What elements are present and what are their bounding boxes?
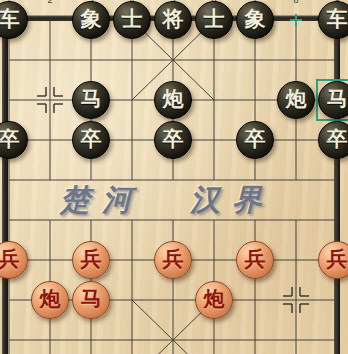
piece-glyph: 卒 — [81, 129, 102, 151]
piece-glyph: 卒 — [0, 129, 20, 151]
piece-glyph: 炮 — [204, 289, 225, 311]
piece-glyph: 兵 — [327, 249, 348, 271]
piece-glyph: 车 — [327, 9, 348, 31]
piece-black-soldier[interactable]: 卒 — [154, 121, 192, 159]
piece-glyph: 象 — [245, 9, 266, 31]
piece-glyph: 炮 — [40, 289, 61, 311]
piece-red-horse[interactable]: 马 — [72, 281, 110, 319]
piece-glyph: 象 — [81, 9, 102, 31]
piece-glyph: 兵 — [0, 249, 20, 271]
piece-glyph: 卒 — [245, 129, 266, 151]
piece-red-soldier[interactable]: 兵 — [0, 241, 28, 279]
piece-glyph: 士 — [122, 9, 143, 31]
piece-glyph: 兵 — [163, 249, 184, 271]
piece-black-cannon[interactable]: 炮 — [277, 81, 315, 119]
piece-black-chariot[interactable]: 车 — [318, 1, 348, 39]
board-grid: 车象士将士象车马炮炮马卒卒卒卒卒兵兵兵兵兵炮马炮 — [0, 0, 348, 354]
piece-red-cannon[interactable]: 炮 — [195, 281, 233, 319]
piece-black-soldier[interactable]: 卒 — [0, 121, 28, 159]
piece-glyph: 马 — [327, 89, 348, 111]
piece-red-soldier[interactable]: 兵 — [318, 241, 348, 279]
piece-red-cannon[interactable]: 炮 — [31, 281, 69, 319]
piece-red-soldier[interactable]: 兵 — [236, 241, 274, 279]
piece-black-advisor[interactable]: 士 — [195, 1, 233, 39]
piece-glyph: 将 — [163, 9, 184, 31]
piece-black-soldier[interactable]: 卒 — [236, 121, 274, 159]
piece-black-elephant[interactable]: 象 — [72, 1, 110, 39]
piece-black-general[interactable]: 将 — [154, 1, 192, 39]
piece-black-soldier[interactable]: 卒 — [318, 121, 348, 159]
piece-black-chariot[interactable]: 车 — [0, 1, 28, 39]
piece-glyph: 卒 — [327, 129, 348, 151]
piece-glyph: 兵 — [245, 249, 266, 271]
piece-glyph: 炮 — [286, 89, 307, 111]
piece-glyph: 士 — [204, 9, 225, 31]
piece-black-horse[interactable]: 马 — [72, 81, 110, 119]
piece-black-advisor[interactable]: 士 — [113, 1, 151, 39]
piece-black-elephant[interactable]: 象 — [236, 1, 274, 39]
xiangqi-board: 123456789 楚河 汉界 车象士将士象车马炮炮马卒卒卒卒卒兵兵兵兵兵炮马炮 — [0, 0, 348, 354]
piece-glyph: 卒 — [163, 129, 184, 151]
piece-glyph: 炮 — [163, 89, 184, 111]
piece-black-soldier[interactable]: 卒 — [72, 121, 110, 159]
piece-red-soldier[interactable]: 兵 — [154, 241, 192, 279]
piece-glyph: 马 — [81, 289, 102, 311]
piece-black-horse[interactable]: 马 — [318, 81, 348, 119]
piece-red-soldier[interactable]: 兵 — [72, 241, 110, 279]
piece-glyph: 车 — [0, 9, 20, 31]
piece-glyph: 兵 — [81, 249, 102, 271]
piece-glyph: 马 — [81, 89, 102, 111]
piece-black-cannon[interactable]: 炮 — [154, 81, 192, 119]
